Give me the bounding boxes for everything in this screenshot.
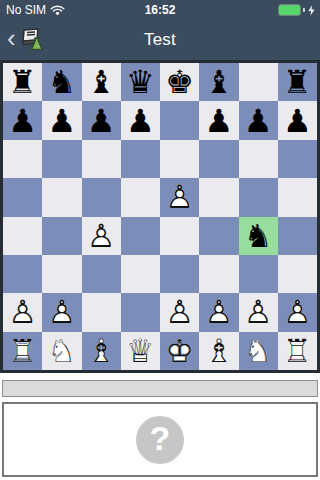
- clock: 16:52: [0, 3, 320, 17]
- square-g7[interactable]: ♟: [239, 101, 278, 139]
- square-a4[interactable]: [3, 217, 42, 255]
- square-d1[interactable]: ♛♕: [121, 332, 160, 370]
- square-g6[interactable]: [239, 140, 278, 178]
- square-b3[interactable]: [42, 255, 81, 293]
- square-d6[interactable]: [121, 140, 160, 178]
- square-f5[interactable]: [199, 178, 238, 216]
- square-c2[interactable]: [82, 293, 121, 331]
- square-a1[interactable]: ♜♖: [3, 332, 42, 370]
- square-b4[interactable]: [42, 217, 81, 255]
- square-e3[interactable]: [160, 255, 199, 293]
- square-g3[interactable]: [239, 255, 278, 293]
- back-chevron-icon: ‹: [7, 28, 16, 48]
- square-d3[interactable]: [121, 255, 160, 293]
- square-h5[interactable]: [278, 178, 317, 216]
- square-h6[interactable]: [278, 140, 317, 178]
- square-c1[interactable]: ♝♗: [82, 332, 121, 370]
- square-b7[interactable]: ♟: [42, 101, 81, 139]
- square-h2[interactable]: ♟♙: [278, 293, 317, 331]
- square-e5[interactable]: ♟♙: [160, 178, 199, 216]
- square-a7[interactable]: ♟: [3, 101, 42, 139]
- square-a2[interactable]: ♟♙: [3, 293, 42, 331]
- square-c6[interactable]: [82, 140, 121, 178]
- square-f3[interactable]: [199, 255, 238, 293]
- square-g5[interactable]: [239, 178, 278, 216]
- square-a8[interactable]: ♜: [3, 63, 42, 101]
- page-title: Test: [0, 30, 320, 50]
- square-f6[interactable]: [199, 140, 238, 178]
- square-a5[interactable]: [3, 178, 42, 216]
- square-f7[interactable]: ♟: [199, 101, 238, 139]
- square-h7[interactable]: ♟: [278, 101, 317, 139]
- square-e7[interactable]: [160, 101, 199, 139]
- square-e2[interactable]: ♟♙: [160, 293, 199, 331]
- status-bar: No SIM 16:52: [0, 0, 320, 20]
- question-panel[interactable]: ?: [2, 402, 318, 477]
- chess-board: ♜♞♝♛♚♝♜♟♟♟♟♟♟♟♟♙♟♙♞♟♙♟♙♟♙♟♙♟♙♟♙♜♖♞♘♝♗♛♕♚…: [0, 60, 320, 373]
- square-a3[interactable]: [3, 255, 42, 293]
- square-b2[interactable]: ♟♙: [42, 293, 81, 331]
- square-e8[interactable]: ♚: [160, 63, 199, 101]
- square-h1[interactable]: ♜♖: [278, 332, 317, 370]
- square-d5[interactable]: [121, 178, 160, 216]
- question-mark-label: ?: [150, 419, 171, 458]
- square-e6[interactable]: [160, 140, 199, 178]
- square-h3[interactable]: [278, 255, 317, 293]
- question-mark-icon: ?: [136, 416, 184, 464]
- test-book-flask-icon: [19, 26, 47, 54]
- square-c3[interactable]: [82, 255, 121, 293]
- square-h4[interactable]: [278, 217, 317, 255]
- move-strip: [2, 380, 318, 397]
- square-f8[interactable]: ♝: [199, 63, 238, 101]
- square-c5[interactable]: [82, 178, 121, 216]
- square-c7[interactable]: ♟: [82, 101, 121, 139]
- square-h8[interactable]: ♜: [278, 63, 317, 101]
- square-g2[interactable]: ♟♙: [239, 293, 278, 331]
- square-a6[interactable]: [3, 140, 42, 178]
- square-e4[interactable]: [160, 217, 199, 255]
- square-b6[interactable]: [42, 140, 81, 178]
- square-g1[interactable]: ♞♘: [239, 332, 278, 370]
- square-d8[interactable]: ♛: [121, 63, 160, 101]
- square-d4[interactable]: [121, 217, 160, 255]
- square-f2[interactable]: ♟♙: [199, 293, 238, 331]
- square-d7[interactable]: ♟: [121, 101, 160, 139]
- square-g4[interactable]: ♞: [239, 217, 278, 255]
- square-c4[interactable]: ♟♙: [82, 217, 121, 255]
- square-c8[interactable]: ♝: [82, 63, 121, 101]
- square-b1[interactable]: ♞♘: [42, 332, 81, 370]
- square-f1[interactable]: ♝♗: [199, 332, 238, 370]
- square-e1[interactable]: ♚♔: [160, 332, 199, 370]
- square-f4[interactable]: [199, 217, 238, 255]
- nav-bar: Test ‹: [0, 20, 320, 60]
- square-g8[interactable]: [239, 63, 278, 101]
- square-b8[interactable]: ♞: [42, 63, 81, 101]
- back-button[interactable]: ‹: [0, 26, 47, 54]
- square-d2[interactable]: [121, 293, 160, 331]
- square-b5[interactable]: [42, 178, 81, 216]
